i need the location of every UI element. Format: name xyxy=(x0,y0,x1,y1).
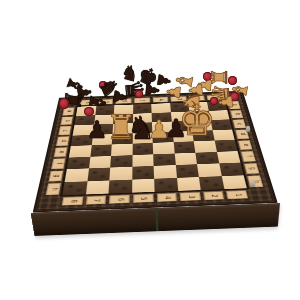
fold-seam xyxy=(155,208,158,232)
board-square xyxy=(132,143,153,155)
coord-label: 6 xyxy=(116,98,132,104)
coord-text: 2 xyxy=(194,97,201,99)
coord-text: c xyxy=(236,123,243,125)
board-square xyxy=(109,167,132,180)
coord-label: 8 xyxy=(79,100,95,106)
board-square xyxy=(175,164,199,177)
coord-text: b xyxy=(233,113,240,115)
board-square xyxy=(214,140,237,152)
coord-text: d xyxy=(59,140,66,143)
board-square xyxy=(132,132,152,143)
coord-label: b xyxy=(230,110,243,119)
board-square xyxy=(108,179,131,193)
coord-label: 1 xyxy=(207,95,224,101)
board-square xyxy=(199,176,224,190)
coord-text: 7 xyxy=(102,101,108,103)
coord-text: 6 xyxy=(120,100,126,102)
coord-text: 3 xyxy=(175,98,181,100)
coord-label: a xyxy=(62,107,74,115)
board-square xyxy=(192,130,214,141)
coord-text: e xyxy=(57,151,65,154)
board-square xyxy=(85,180,109,194)
board-squares xyxy=(62,101,247,195)
board-square xyxy=(111,144,132,156)
coord-label: 2 xyxy=(189,95,206,101)
coord-text: g xyxy=(52,175,60,178)
coord-text: 1 xyxy=(212,97,219,99)
board-square xyxy=(132,178,155,192)
coord-text: 8 xyxy=(84,101,90,103)
coord-text: d xyxy=(238,133,246,136)
coord-text: 4 xyxy=(157,99,163,101)
board-square xyxy=(69,145,91,157)
coord-label: e xyxy=(238,140,253,150)
board-square xyxy=(154,165,177,178)
coord-text: 5 xyxy=(139,99,145,101)
board-square xyxy=(154,178,178,192)
coord-label: e xyxy=(54,147,68,157)
coord-label: b xyxy=(60,116,73,125)
coord-label: 3 xyxy=(171,96,187,102)
coord-text: a xyxy=(231,104,238,106)
coord-text: c xyxy=(61,129,68,131)
coord-text: g xyxy=(248,167,256,170)
coord-text: b xyxy=(63,119,70,121)
coord-label: d xyxy=(56,136,70,146)
board-square xyxy=(197,163,221,176)
board-square xyxy=(173,141,195,153)
coord-label: h xyxy=(46,183,62,195)
chess-set-product-photo: 87654321 87654321 abcdefgh abcdefgh ♜♝♟♝… xyxy=(0,0,300,300)
coord-text: e xyxy=(241,144,249,147)
coord-text: h xyxy=(251,180,260,183)
board-square xyxy=(212,129,235,140)
board-square xyxy=(153,142,175,154)
board-square xyxy=(194,141,217,153)
chess-board: 87654321 87654321 abcdefgh abcdefgh xyxy=(33,91,278,213)
coord-label: d xyxy=(235,129,249,138)
coord-label: 7 xyxy=(97,99,113,105)
board-square xyxy=(132,166,154,179)
coord-text: a xyxy=(65,110,72,112)
perspective-wrapper: 87654321 87654321 abcdefgh abcdefgh xyxy=(0,0,300,300)
board-square xyxy=(219,163,244,176)
coord-text: h xyxy=(49,188,57,191)
board-square xyxy=(62,181,87,195)
board-square xyxy=(90,144,112,156)
board-square xyxy=(176,177,200,191)
coord-label: 4 xyxy=(152,97,168,103)
board-square xyxy=(221,175,247,189)
